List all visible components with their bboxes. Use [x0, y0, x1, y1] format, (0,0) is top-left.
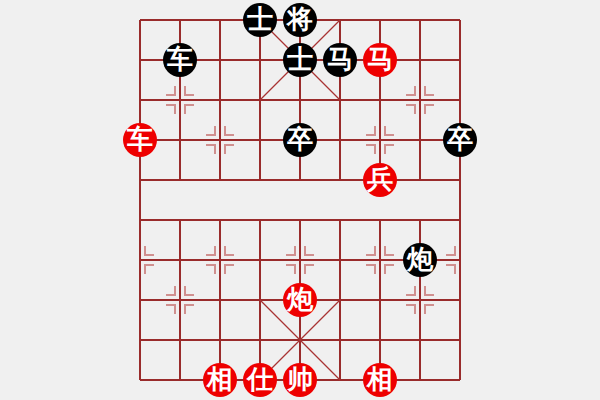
piece-red-chariot[interactable]: 车 [123, 123, 157, 157]
board: 士将车士马马车卒卒兵炮炮相仕帅相 [0, 0, 600, 400]
piece-red-cannon[interactable]: 炮 [283, 283, 317, 317]
piece-black-chariot[interactable]: 车 [163, 43, 197, 77]
piece-black-cannon[interactable]: 炮 [403, 243, 437, 277]
xiangqi-game-screen: 士将车士马马车卒卒兵炮炮相仕帅相 [0, 0, 600, 400]
piece-black-advisor[interactable]: 士 [243, 3, 277, 37]
piece-black-general[interactable]: 将 [283, 3, 317, 37]
piece-red-soldier[interactable]: 兵 [363, 163, 397, 197]
piece-black-horse[interactable]: 马 [323, 43, 357, 77]
piece-red-elephant[interactable]: 相 [363, 363, 397, 397]
piece-red-horse[interactable]: 马 [363, 43, 397, 77]
piece-red-advisor[interactable]: 仕 [243, 363, 277, 397]
piece-black-soldier[interactable]: 卒 [283, 123, 317, 157]
piece-black-soldier[interactable]: 卒 [443, 123, 477, 157]
piece-red-general[interactable]: 帅 [283, 363, 317, 397]
piece-red-elephant[interactable]: 相 [203, 363, 237, 397]
piece-black-advisor[interactable]: 士 [283, 43, 317, 77]
